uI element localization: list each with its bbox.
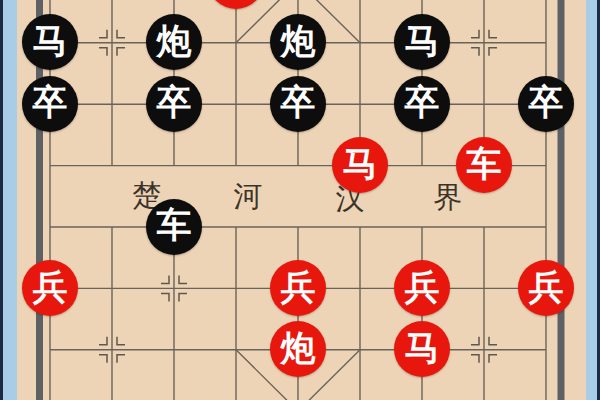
- piece-black-horse-f7r3[interactable]: 马: [394, 14, 450, 70]
- piece-black-cannon-f5r3[interactable]: 炮: [270, 14, 326, 70]
- piece-red-soldier-f1r7[interactable]: 兵: [22, 260, 78, 316]
- piece-black-horse-f1r3[interactable]: 马: [22, 14, 78, 70]
- piece-black-soldier-f3r4[interactable]: 卒: [146, 76, 202, 132]
- piece-red-soldier-f9r7[interactable]: 兵: [518, 260, 574, 316]
- piece-red-horse-f7r8[interactable]: 马: [394, 321, 450, 377]
- piece-black-chariot-f3r6[interactable]: 车: [146, 199, 202, 255]
- piece-red-chariot-f4r2[interactable]: 车: [208, 0, 264, 9]
- piece-black-soldier-f7r4[interactable]: 卒: [394, 76, 450, 132]
- board-intersections-grid: 车马炮炮马卒卒卒卒卒马车车兵兵兵兵炮马: [19, 0, 577, 400]
- piece-red-cannon-f5r8[interactable]: 炮: [270, 321, 326, 377]
- xiangqi-board: 楚 河 汉 界 车马炮炮马卒卒卒卒卒马车车兵兵兵兵炮马: [0, 0, 600, 400]
- piece-black-cannon-f3r3[interactable]: 炮: [146, 14, 202, 70]
- piece-red-soldier-f5r7[interactable]: 兵: [270, 260, 326, 316]
- piece-red-horse-f6r5[interactable]: 马: [332, 137, 388, 193]
- piece-red-soldier-f7r7[interactable]: 兵: [394, 260, 450, 316]
- piece-black-soldier-f1r4[interactable]: 卒: [22, 76, 78, 132]
- piece-black-soldier-f9r4[interactable]: 卒: [518, 76, 574, 132]
- piece-black-soldier-f5r4[interactable]: 卒: [270, 76, 326, 132]
- piece-red-chariot-f8r5[interactable]: 车: [456, 137, 512, 193]
